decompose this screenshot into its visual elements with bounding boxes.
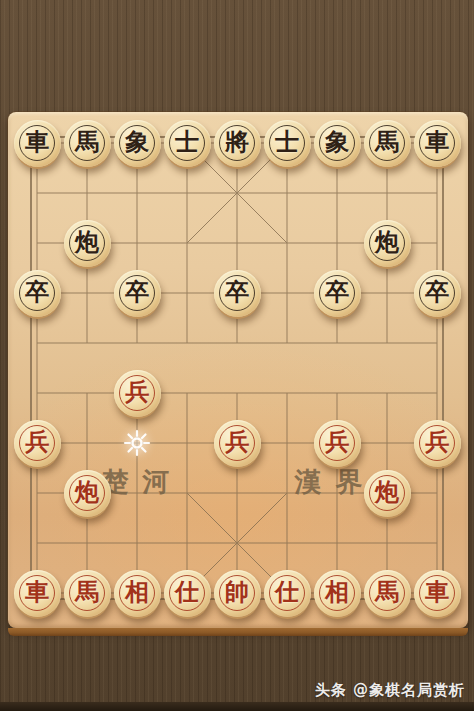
table-bottom-shadow-strip: [0, 702, 474, 711]
piece-red-general[interactable]: 帥: [214, 570, 261, 617]
xiangqi-board[interactable]: 楚河 漢界 車馬象士將士象馬車炮炮卒卒卒卒卒兵兵兵兵兵炮炮車馬相仕帥仕相馬車: [8, 112, 468, 628]
piece-black-soldier[interactable]: 卒: [114, 270, 161, 317]
piece-glyph: 兵: [25, 430, 49, 454]
channel-watermark: 头条 @象棋名局赏析: [315, 681, 465, 700]
move-origin-sunburst-marker: [123, 429, 151, 457]
piece-glyph: 象: [325, 130, 349, 154]
piece-glyph: 馬: [75, 580, 99, 604]
piece-glyph: 兵: [325, 430, 349, 454]
piece-black-general[interactable]: 將: [214, 120, 261, 167]
xiangqi-game-screen: 楚河 漢界 車馬象士將士象馬車炮炮卒卒卒卒卒兵兵兵兵兵炮炮車馬相仕帥仕相馬車 头…: [0, 0, 474, 711]
piece-glyph: 車: [425, 130, 449, 154]
piece-glyph: 炮: [375, 230, 399, 254]
piece-glyph: 卒: [25, 280, 49, 304]
piece-black-soldier[interactable]: 卒: [214, 270, 261, 317]
piece-black-soldier[interactable]: 卒: [14, 270, 61, 317]
piece-glyph: 士: [175, 130, 199, 154]
piece-glyph: 兵: [225, 430, 249, 454]
piece-glyph: 相: [125, 580, 149, 604]
piece-glyph: 炮: [75, 480, 99, 504]
piece-glyph: 車: [425, 580, 449, 604]
piece-black-cannon[interactable]: 炮: [364, 220, 411, 267]
piece-glyph: 帥: [225, 580, 249, 604]
piece-black-soldier[interactable]: 卒: [414, 270, 461, 317]
piece-red-chariot[interactable]: 車: [14, 570, 61, 617]
piece-red-chariot[interactable]: 車: [414, 570, 461, 617]
piece-red-elephant[interactable]: 相: [114, 570, 161, 617]
piece-black-elephant[interactable]: 象: [114, 120, 161, 167]
piece-glyph: 卒: [125, 280, 149, 304]
board-front-edge: [8, 628, 468, 636]
piece-glyph: 象: [125, 130, 149, 154]
piece-red-soldier[interactable]: 兵: [214, 420, 261, 467]
piece-black-elephant[interactable]: 象: [314, 120, 361, 167]
piece-black-cannon[interactable]: 炮: [64, 220, 111, 267]
piece-glyph: 卒: [225, 280, 249, 304]
piece-glyph: 炮: [75, 230, 99, 254]
piece-black-chariot[interactable]: 車: [414, 120, 461, 167]
piece-black-chariot[interactable]: 車: [14, 120, 61, 167]
piece-glyph: 仕: [175, 580, 199, 604]
piece-red-soldier[interactable]: 兵: [14, 420, 61, 467]
piece-glyph: 車: [25, 130, 49, 154]
piece-glyph: 仕: [275, 580, 299, 604]
piece-glyph: 卒: [425, 280, 449, 304]
piece-glyph: 兵: [125, 380, 149, 404]
piece-red-advisor[interactable]: 仕: [164, 570, 211, 617]
piece-black-soldier[interactable]: 卒: [314, 270, 361, 317]
board-grid-lines: [8, 112, 468, 628]
piece-red-soldier[interactable]: 兵: [314, 420, 361, 467]
piece-red-horse[interactable]: 馬: [364, 570, 411, 617]
piece-black-advisor[interactable]: 士: [264, 120, 311, 167]
piece-red-soldier[interactable]: 兵: [414, 420, 461, 467]
piece-red-cannon[interactable]: 炮: [364, 470, 411, 517]
piece-red-soldier[interactable]: 兵: [114, 370, 161, 417]
piece-glyph: 馬: [375, 580, 399, 604]
piece-glyph: 馬: [75, 130, 99, 154]
piece-glyph: 相: [325, 580, 349, 604]
piece-glyph: 士: [275, 130, 299, 154]
piece-red-cannon[interactable]: 炮: [64, 470, 111, 517]
piece-glyph: 馬: [375, 130, 399, 154]
piece-black-horse[interactable]: 馬: [64, 120, 111, 167]
piece-black-horse[interactable]: 馬: [364, 120, 411, 167]
piece-glyph: 車: [25, 580, 49, 604]
piece-red-advisor[interactable]: 仕: [264, 570, 311, 617]
piece-glyph: 卒: [325, 280, 349, 304]
piece-glyph: 兵: [425, 430, 449, 454]
piece-red-elephant[interactable]: 相: [314, 570, 361, 617]
piece-glyph: 將: [225, 130, 249, 154]
piece-black-advisor[interactable]: 士: [164, 120, 211, 167]
piece-red-horse[interactable]: 馬: [64, 570, 111, 617]
piece-glyph: 炮: [375, 480, 399, 504]
